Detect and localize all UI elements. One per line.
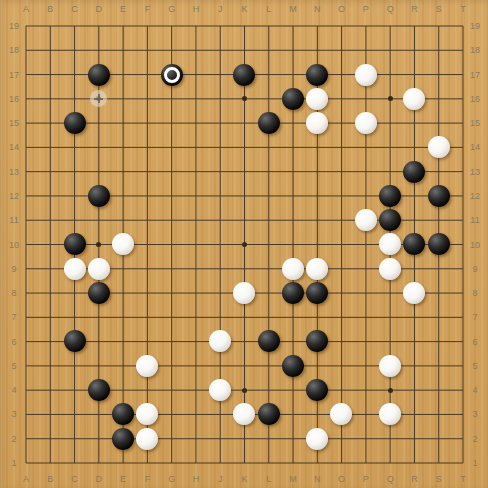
stone-white-Q9[interactable] <box>379 258 401 280</box>
coord-label-top-G: G <box>168 4 175 14</box>
coord-label-top-L: L <box>266 4 271 14</box>
coord-label-top-S: S <box>436 4 442 14</box>
coord-label-left-5: 5 <box>11 361 16 371</box>
coord-label-top-A: A <box>23 4 29 14</box>
stone-black-R10[interactable] <box>403 233 425 255</box>
coord-label-bottom-D: D <box>96 474 103 484</box>
coord-label-top-Q: Q <box>387 4 394 14</box>
coord-label-bottom-H: H <box>193 474 200 484</box>
stone-black-L15[interactable] <box>258 112 280 134</box>
stone-white-S14[interactable] <box>428 136 450 158</box>
stone-black-N8[interactable] <box>306 282 328 304</box>
coord-label-bottom-N: N <box>314 474 321 484</box>
stone-white-N15[interactable] <box>306 112 328 134</box>
stone-black-G17[interactable] <box>161 64 183 86</box>
stone-white-J4[interactable] <box>209 379 231 401</box>
coord-label-right-12: 12 <box>470 191 480 201</box>
stone-white-P17[interactable] <box>355 64 377 86</box>
stone-black-Q11[interactable] <box>379 209 401 231</box>
stone-white-O3[interactable] <box>330 403 352 425</box>
coord-label-bottom-J: J <box>218 474 223 484</box>
coord-label-left-7: 7 <box>11 312 16 322</box>
coord-label-left-15: 15 <box>9 118 19 128</box>
coord-label-bottom-O: O <box>338 474 345 484</box>
ghost-cross-v <box>98 94 100 103</box>
stone-white-K8[interactable] <box>233 282 255 304</box>
coord-label-top-H: H <box>193 4 200 14</box>
coord-label-top-P: P <box>363 4 369 14</box>
stone-black-N4[interactable] <box>306 379 328 401</box>
coord-label-top-O: O <box>338 4 345 14</box>
coord-label-left-1: 1 <box>11 458 16 468</box>
stones-layer <box>14 14 475 475</box>
coord-label-bottom-M: M <box>289 474 297 484</box>
stone-black-M16[interactable] <box>282 88 304 110</box>
stone-black-K17[interactable] <box>233 64 255 86</box>
stone-black-Q12[interactable] <box>379 185 401 207</box>
coord-label-top-T: T <box>460 4 466 14</box>
stone-black-R13[interactable] <box>403 161 425 183</box>
stone-black-E3[interactable] <box>112 403 134 425</box>
stone-black-S10[interactable] <box>428 233 450 255</box>
coord-label-bottom-R: R <box>411 474 418 484</box>
coord-label-left-3: 3 <box>11 409 16 419</box>
coord-label-top-N: N <box>314 4 321 14</box>
coord-label-left-6: 6 <box>11 337 16 347</box>
coord-label-left-12: 12 <box>9 191 19 201</box>
stone-black-D17[interactable] <box>88 64 110 86</box>
coord-label-top-R: R <box>411 4 418 14</box>
coord-label-right-16: 16 <box>470 94 480 104</box>
coord-label-bottom-A: A <box>23 474 29 484</box>
coord-label-top-J: J <box>218 4 223 14</box>
coord-label-bottom-E: E <box>120 474 126 484</box>
coord-label-left-18: 18 <box>9 45 19 55</box>
coord-label-bottom-L: L <box>266 474 271 484</box>
coord-label-right-18: 18 <box>470 45 480 55</box>
coord-label-top-C: C <box>71 4 78 14</box>
stone-white-J6[interactable] <box>209 330 231 352</box>
coord-label-right-19: 19 <box>470 21 480 31</box>
stone-white-Q5[interactable] <box>379 355 401 377</box>
coord-label-left-17: 17 <box>9 70 19 80</box>
coord-label-right-14: 14 <box>470 142 480 152</box>
stone-white-N16[interactable] <box>306 88 328 110</box>
stone-black-M5[interactable] <box>282 355 304 377</box>
coord-label-bottom-K: K <box>241 474 247 484</box>
coord-label-bottom-B: B <box>47 474 53 484</box>
stone-black-D4[interactable] <box>88 379 110 401</box>
stone-black-E2[interactable] <box>112 428 134 450</box>
coord-label-top-M: M <box>289 4 297 14</box>
stone-black-C6[interactable] <box>64 330 86 352</box>
coord-label-right-17: 17 <box>470 70 480 80</box>
coord-label-right-1: 1 <box>472 458 477 468</box>
coord-label-right-8: 8 <box>472 288 477 298</box>
stone-white-C9[interactable] <box>64 258 86 280</box>
coord-label-right-13: 13 <box>470 167 480 177</box>
stone-white-K3[interactable] <box>233 403 255 425</box>
stone-white-N2[interactable] <box>306 428 328 450</box>
stone-white-R16[interactable] <box>403 88 425 110</box>
stone-black-S12[interactable] <box>428 185 450 207</box>
coord-label-bottom-Q: Q <box>387 474 394 484</box>
stone-white-P15[interactable] <box>355 112 377 134</box>
stone-white-Q10[interactable] <box>379 233 401 255</box>
coord-label-bottom-F: F <box>145 474 151 484</box>
coord-label-left-11: 11 <box>9 215 18 225</box>
coord-label-left-9: 9 <box>11 264 16 274</box>
coord-label-right-3: 3 <box>472 409 477 419</box>
go-board[interactable]: AABBCCDDEEFFGGHHJJKKLLMMNNOOPPQQRRSSTT19… <box>0 0 488 488</box>
coord-label-top-E: E <box>120 4 126 14</box>
coord-label-right-9: 9 <box>472 264 477 274</box>
stone-black-D12[interactable] <box>88 185 110 207</box>
coord-label-bottom-T: T <box>460 474 466 484</box>
stone-white-E10[interactable] <box>112 233 134 255</box>
stone-black-C10[interactable] <box>64 233 86 255</box>
coord-label-top-K: K <box>241 4 247 14</box>
coord-label-left-14: 14 <box>9 142 19 152</box>
coord-label-bottom-G: G <box>168 474 175 484</box>
coord-label-top-D: D <box>96 4 103 14</box>
stone-white-F3[interactable] <box>136 403 158 425</box>
stone-black-D8[interactable] <box>88 282 110 304</box>
coord-label-right-11: 11 <box>470 215 479 225</box>
stone-black-C15[interactable] <box>64 112 86 134</box>
coord-label-left-19: 19 <box>9 21 19 31</box>
coord-label-left-16: 16 <box>9 94 19 104</box>
coord-label-right-2: 2 <box>472 434 477 444</box>
coord-label-bottom-S: S <box>436 474 442 484</box>
stone-black-L6[interactable] <box>258 330 280 352</box>
stone-white-M9[interactable] <box>282 258 304 280</box>
coord-label-right-6: 6 <box>472 337 477 347</box>
stone-white-Q3[interactable] <box>379 403 401 425</box>
coord-label-top-F: F <box>145 4 151 14</box>
stone-white-D9[interactable] <box>88 258 110 280</box>
coord-label-right-15: 15 <box>470 118 480 128</box>
last-move-marker <box>164 67 180 83</box>
coord-label-right-4: 4 <box>472 385 477 395</box>
stone-white-R8[interactable] <box>403 282 425 304</box>
stone-white-N9[interactable] <box>306 258 328 280</box>
coord-label-right-10: 10 <box>470 240 480 250</box>
stone-black-L3[interactable] <box>258 403 280 425</box>
stone-black-N17[interactable] <box>306 64 328 86</box>
stone-black-N6[interactable] <box>306 330 328 352</box>
stone-white-F5[interactable] <box>136 355 158 377</box>
coord-label-left-13: 13 <box>9 167 19 177</box>
coord-label-right-7: 7 <box>472 312 477 322</box>
coord-label-left-8: 8 <box>11 288 16 298</box>
stone-white-F2[interactable] <box>136 428 158 450</box>
stone-white-P11[interactable] <box>355 209 377 231</box>
coord-label-right-5: 5 <box>472 361 477 371</box>
coord-label-bottom-C: C <box>71 474 78 484</box>
coord-label-top-B: B <box>47 4 53 14</box>
coord-label-left-10: 10 <box>9 240 19 250</box>
coord-label-left-2: 2 <box>11 434 16 444</box>
stone-black-M8[interactable] <box>282 282 304 304</box>
coord-label-bottom-P: P <box>363 474 369 484</box>
coord-label-left-4: 4 <box>11 385 16 395</box>
